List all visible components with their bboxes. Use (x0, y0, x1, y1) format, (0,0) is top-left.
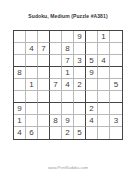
cell-r5c4: 7 (50, 79, 62, 91)
footer-url: www.PrintSudoku.com (0, 165, 136, 170)
cell-r9c5: 2 (62, 127, 74, 139)
cell-r8c4: 8 (50, 115, 62, 127)
cell-r8c2 (26, 115, 38, 127)
cell-r3c2 (26, 55, 38, 67)
cell-r8c5: 9 (62, 115, 74, 127)
cell-r1c4 (50, 31, 62, 43)
cell-r2c3: 7 (38, 43, 50, 55)
cell-r9c8 (98, 127, 110, 139)
cell-r5c6: 2 (74, 79, 86, 91)
cell-r3c6: 3 (74, 55, 86, 67)
cell-r7c6 (74, 103, 86, 115)
cell-r9c4 (50, 127, 62, 139)
page-title: Sudoku, Medium (Puzzle #A381) (0, 13, 136, 19)
cell-r3c8: 4 (98, 55, 110, 67)
cell-r7c3 (38, 103, 50, 115)
cell-r8c8 (98, 115, 110, 127)
cell-r6c4 (50, 91, 62, 103)
cell-r2c8 (98, 43, 110, 55)
cell-r5c9: 5 (110, 79, 122, 91)
cell-r4c4 (50, 67, 62, 79)
cell-r7c2 (26, 103, 38, 115)
cell-r4c9 (110, 67, 122, 79)
cell-r8c6 (74, 115, 86, 127)
cell-r5c5: 4 (62, 79, 74, 91)
cell-r3c1 (14, 55, 26, 67)
cell-r7c9 (110, 103, 122, 115)
cell-r5c8 (98, 79, 110, 91)
cell-r1c7 (86, 31, 98, 43)
cell-r1c1 (14, 31, 26, 43)
cell-r6c8 (98, 91, 110, 103)
cell-r9c9 (110, 127, 122, 139)
cell-r2c7 (86, 43, 98, 55)
cell-r1c8: 1 (98, 31, 110, 43)
cell-r3c4 (50, 55, 62, 67)
cell-r2c5: 8 (62, 43, 74, 55)
sudoku-board: 9147873548191742592189434625 (13, 30, 123, 140)
cell-r9c7 (86, 127, 98, 139)
cell-r5c2: 1 (26, 79, 38, 91)
cell-r4c2 (26, 67, 38, 79)
cell-r4c6 (74, 67, 86, 79)
cell-r3c7: 5 (86, 55, 98, 67)
cell-r9c1: 4 (14, 127, 26, 139)
cell-r7c5 (62, 103, 74, 115)
cell-r8c3 (38, 115, 50, 127)
cell-r5c7 (86, 79, 98, 91)
cell-r6c7 (86, 91, 98, 103)
cell-r9c6: 5 (74, 127, 86, 139)
cell-r5c3 (38, 79, 50, 91)
cell-r6c2 (26, 91, 38, 103)
cell-r4c7: 9 (86, 67, 98, 79)
cell-r2c9 (110, 43, 122, 55)
cell-r5c1 (14, 79, 26, 91)
cell-r7c4 (50, 103, 62, 115)
cell-r6c3 (38, 91, 50, 103)
cell-r3c3 (38, 55, 50, 67)
cell-r1c5 (62, 31, 74, 43)
cell-r1c6: 9 (74, 31, 86, 43)
cell-r4c8 (98, 67, 110, 79)
cell-r6c1 (14, 91, 26, 103)
cell-r3c9 (110, 55, 122, 67)
cell-r2c4 (50, 43, 62, 55)
cell-r8c9: 3 (110, 115, 122, 127)
cell-r1c3 (38, 31, 50, 43)
cell-r8c1: 1 (14, 115, 26, 127)
cell-r7c7: 2 (86, 103, 98, 115)
cell-r2c2: 4 (26, 43, 38, 55)
cell-r4c1: 8 (14, 67, 26, 79)
cell-r6c9 (110, 91, 122, 103)
cell-r6c6 (74, 91, 86, 103)
cell-r3c5: 7 (62, 55, 74, 67)
cell-r1c9 (110, 31, 122, 43)
cell-r4c5: 1 (62, 67, 74, 79)
cell-r2c6 (74, 43, 86, 55)
cell-r1c2 (26, 31, 38, 43)
cell-r7c1: 9 (14, 103, 26, 115)
cell-r7c8 (98, 103, 110, 115)
cell-r2c1 (14, 43, 26, 55)
cell-r9c2: 6 (26, 127, 38, 139)
cell-r9c3 (38, 127, 50, 139)
cell-r8c7: 4 (86, 115, 98, 127)
cell-r6c5 (62, 91, 74, 103)
cell-r4c3 (38, 67, 50, 79)
